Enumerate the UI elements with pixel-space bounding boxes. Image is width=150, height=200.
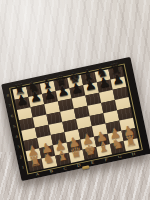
piece-white-rook[interactable]: ♜ <box>123 133 140 150</box>
photo-scene: ♜♞♝♛♚♝♞♜♟♟♟♟♟♟♟♟♟♟♟♟♟♟♟♟♜♞♝♛♚♝♞♜ ABCDEFG… <box>0 0 150 200</box>
square-h1[interactable]: ♜ <box>124 138 140 151</box>
piece-black-pawn[interactable]: ♟ <box>109 71 126 88</box>
